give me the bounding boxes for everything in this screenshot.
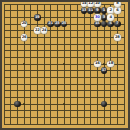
go-board[interactable]: 1357911131517192123252468101214161820222… (0, 0, 130, 130)
board-frame (0, 0, 130, 130)
